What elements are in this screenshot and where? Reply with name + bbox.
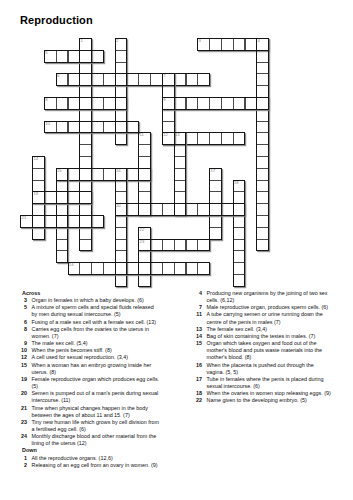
clue-text: A tube carrying semen or urine running d… [207, 311, 332, 325]
clue-15-across: 15When a woman has an embryo growing ins… [14, 362, 160, 376]
clue-num-label: 15 [14, 362, 27, 376]
clue-num-label: 19 [14, 376, 27, 390]
clue-text: Bag of skin containing the testes in mal… [207, 333, 332, 340]
clue-num-label: 1 [14, 455, 27, 462]
clue-23-across: 23Tiny new human life which grows by cel… [14, 419, 160, 433]
clue-num-label: 8 [14, 326, 27, 340]
clue-num-label: 5 [14, 304, 27, 318]
clues-column-left: Across3Organ in females in which a baby … [14, 290, 160, 469]
clue-num-label: 23 [14, 419, 27, 433]
crossword-worksheet: Reproduction 123456789101112131415161718… [0, 0, 353, 500]
clue-text: When the ovaries in women stop releasing… [207, 390, 332, 397]
grid-cell[interactable] [197, 262, 210, 275]
clue-8-across: 8Carries egg cells from the ovaries to t… [14, 326, 160, 340]
clue-20-across: 20Semen is pumped out of a man's penis d… [14, 390, 160, 404]
clue-text: Name given to the developing embryo. (5) [207, 397, 332, 404]
clue-22-down: 22Name given to the developing embryo. (… [189, 397, 331, 404]
clue-num-label: 21 [14, 405, 27, 419]
grid-cell[interactable] [115, 274, 128, 287]
grid-cell[interactable] [197, 73, 210, 86]
clue-num-label: 20 [14, 390, 27, 404]
crossword-grid: 123456789101112131415161718192021222324 [0, 0, 353, 300]
across-header: Across [14, 290, 160, 297]
clue-num-label: 18 [189, 390, 202, 397]
clue-text: Carries egg cells from the ovaries to th… [32, 326, 161, 340]
clues-column-right: 4Producing new organisms by the joining … [189, 290, 331, 405]
grid-cell[interactable] [197, 239, 210, 252]
clue-16-down: 16When the placenta is pushed out throug… [189, 362, 331, 376]
clue-3-across: 3Organ in females in which a baby develo… [14, 297, 160, 304]
clue-17-down: 17Tube in females where the penis is pla… [189, 376, 331, 390]
clue-7-down: 7Male reproductive organ, produces sperm… [189, 304, 331, 311]
clue-num-label: 17 [189, 376, 202, 390]
clue-18-down: 18When the ovaries in women stop releasi… [189, 390, 331, 397]
clue-num-label: 4 [189, 290, 202, 304]
clue-text: When a woman has an embryo growing insid… [32, 362, 161, 376]
clue-text: Female reproductive organ which produces… [32, 376, 161, 390]
grid-cell[interactable] [233, 274, 246, 287]
clue-text: All the reproductive organs. (12,6) [32, 455, 161, 462]
clue-text: Fusing of a male sex cell with a female … [32, 319, 161, 326]
down-header: Down [14, 447, 160, 454]
clue-14-down: 14Bag of skin containing the testes in m… [189, 333, 331, 340]
clue-24-across: 24Monthly discharge blood and other mate… [14, 433, 160, 447]
clue-text: Time when physical changes happen in the… [32, 405, 161, 419]
clue-num-label: 14 [189, 333, 202, 340]
clue-num-label: 3 [14, 297, 27, 304]
clue-num-label: 15 [189, 340, 202, 361]
clue-num-label: 7 [189, 304, 202, 311]
clue-text: Semen is pumped out of a man's penis dur… [32, 390, 161, 404]
clue-5-across: 5A mixture of sperm cells and special fl… [14, 304, 160, 318]
grid-cell[interactable] [115, 132, 128, 145]
clue-text: The male sex cell. (5,4) [32, 340, 161, 347]
clue-6-across: 6Fusing of a male sex cell with a female… [14, 319, 160, 326]
clue-9-across: 9The male sex cell. (5,4) [14, 340, 160, 347]
clue-num-label: 11 [189, 311, 202, 325]
clue-21-across: 21Time when physical changes happen in t… [14, 405, 160, 419]
clue-text: Tube in females where the penis is place… [207, 376, 332, 390]
clue-text: The female sex cell. (3,4) [207, 326, 332, 333]
clue-num-label: 2 [14, 462, 27, 469]
clue-12-across: 12A cell used for sexual reproduction. (… [14, 354, 160, 361]
clue-text: Organ which takes oxygen and food out of… [207, 340, 332, 361]
clue-num-label: 9 [14, 340, 27, 347]
clue-10-across: 10When the penis becomes stiff. (8) [14, 347, 160, 354]
clue-num-label: 13 [189, 326, 202, 333]
grid-cell[interactable] [91, 215, 104, 228]
clue-num-label: 22 [189, 397, 202, 404]
clue-1-down: 1All the reproductive organs. (12,6) [14, 455, 160, 462]
clue-text: A mixture of sperm cells and special flu… [32, 304, 161, 318]
clue-4-down: 4Producing new organisms by the joining … [189, 290, 331, 304]
clue-text: Organ in females in which a baby develop… [32, 297, 161, 304]
grid-cell[interactable] [32, 227, 45, 240]
clue-text: Monthly discharge blood and other materi… [32, 433, 161, 447]
clue-text: Male reproductive organ, produces sperm … [207, 304, 332, 311]
clue-text: A cell used for sexual reproduction. (3,… [32, 354, 161, 361]
grid-cell[interactable] [209, 227, 222, 240]
clue-text: Releasing of an egg cell from an ovary i… [32, 462, 161, 469]
clue-text: When the penis becomes stiff. (8) [32, 347, 161, 354]
clue-text: Producing new organisms by the joining o… [207, 290, 332, 304]
grid-cell[interactable] [79, 239, 92, 252]
clue-19-across: 19Female reproductive organ which produc… [14, 376, 160, 390]
grid-cell[interactable] [256, 239, 269, 252]
clue-15-down: 15Organ which takes oxygen and food out … [189, 340, 331, 361]
clue-num-label: 16 [189, 362, 202, 376]
clue-num-label: 6 [14, 319, 27, 326]
clue-num-label: 12 [14, 354, 27, 361]
grid-cell[interactable] [91, 50, 104, 63]
clue-text: Tiny new human life which grows by cell … [32, 419, 161, 433]
clue-num-label: 24 [14, 433, 27, 447]
clue-text: When the placenta is pushed out through … [207, 362, 332, 376]
clue-num-label: 10 [14, 347, 27, 354]
clue-11-down: 11A tube carrying semen or urine running… [189, 311, 331, 325]
clue-13-down: 13The female sex cell. (3,4) [189, 326, 331, 333]
grid-cell[interactable] [233, 132, 246, 145]
grid-cell[interactable] [138, 274, 151, 287]
clue-2-down: 2Releasing of an egg cell from an ovary … [14, 462, 160, 469]
